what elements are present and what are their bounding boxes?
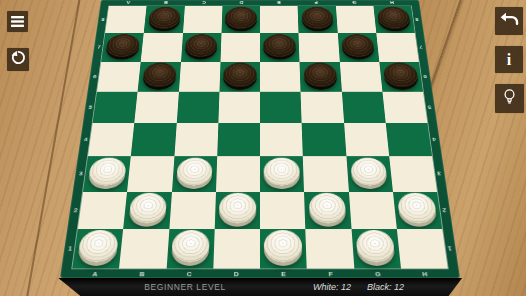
hint-button[interactable] (495, 84, 524, 113)
menu-button[interactable] (7, 11, 28, 32)
lightbulb-icon (501, 88, 518, 109)
file-label-e: E (260, 269, 307, 278)
square-e4 (260, 123, 303, 156)
square-a8 (105, 6, 147, 33)
info-icon: i (507, 52, 511, 68)
file-label-d: D (213, 269, 260, 278)
square-f3 (303, 156, 348, 191)
file-label-b: B (118, 269, 166, 278)
file-label-c: C (185, 0, 223, 6)
square-b1 (119, 229, 169, 269)
file-label-f: F (307, 269, 355, 278)
square-e7[interactable] (260, 33, 300, 61)
file-label-f: F (298, 0, 336, 6)
undo-button[interactable] (495, 7, 523, 35)
file-labels-top: ABCDEFGH (109, 0, 411, 6)
hamburger-icon (11, 13, 24, 31)
white-piece[interactable] (308, 193, 346, 223)
square-e8 (260, 6, 299, 33)
square-a1[interactable] (72, 229, 123, 269)
file-label-e: E (260, 0, 298, 6)
square-d1 (213, 229, 260, 269)
file-label-g: G (335, 0, 373, 6)
square-e5[interactable] (260, 92, 302, 124)
square-c5[interactable] (176, 92, 219, 124)
square-c1[interactable] (166, 229, 214, 269)
square-f7 (299, 33, 340, 61)
square-b6[interactable] (138, 62, 181, 92)
level-label: BEGINNER LEVEL (115, 278, 255, 296)
checkers-app: ABCDEFGH ABCDEFGH 87654321 87654321 BEGI… (0, 0, 526, 296)
white-piece[interactable] (77, 230, 119, 262)
square-h4[interactable] (386, 123, 432, 156)
square-h3 (389, 156, 437, 191)
square-g1[interactable] (351, 229, 401, 269)
square-d6[interactable] (219, 62, 260, 92)
square-d5 (218, 92, 260, 124)
file-label-d: D (222, 0, 260, 6)
square-c4 (174, 123, 218, 156)
black-piece[interactable] (383, 62, 419, 86)
file-label-b: B (147, 0, 185, 6)
rotate-board-button[interactable] (7, 48, 29, 71)
white-piece[interactable] (128, 193, 167, 223)
file-label-a: A (109, 0, 147, 6)
square-h8[interactable] (373, 6, 415, 33)
square-a7[interactable] (101, 33, 144, 61)
square-c6 (179, 62, 221, 92)
square-b3 (127, 156, 174, 191)
square-a6 (97, 62, 141, 92)
square-b5 (134, 92, 178, 124)
white-piece[interactable] (355, 230, 396, 262)
square-h7 (376, 33, 419, 61)
file-label-h: H (373, 0, 411, 6)
white-piece[interactable] (88, 157, 127, 186)
square-d4[interactable] (217, 123, 260, 156)
black-score: Black: 12 (367, 282, 404, 292)
square-h6[interactable] (379, 62, 423, 92)
square-g5[interactable] (341, 92, 385, 124)
black-piece[interactable] (148, 7, 181, 29)
square-c2 (169, 192, 216, 229)
square-f4[interactable] (302, 123, 346, 156)
square-b7 (141, 33, 183, 61)
white-piece[interactable] (171, 230, 211, 262)
square-e2 (260, 192, 306, 229)
white-piece[interactable] (397, 193, 437, 223)
square-g2 (348, 192, 396, 229)
white-score: White: 12 (313, 282, 351, 292)
score-panel: White: 12 Black: 12 (313, 278, 404, 296)
black-piece[interactable] (184, 34, 217, 57)
white-piece[interactable] (219, 193, 256, 223)
file-label-a: A (71, 269, 119, 278)
square-e6 (260, 62, 301, 92)
black-piece[interactable] (142, 62, 177, 86)
square-a2 (78, 192, 127, 229)
board-squares (72, 6, 447, 268)
black-piece[interactable] (303, 62, 337, 86)
square-c3[interactable] (172, 156, 217, 191)
square-a3[interactable] (83, 156, 131, 191)
white-piece[interactable] (350, 157, 388, 186)
square-a5[interactable] (93, 92, 138, 124)
undo-icon (500, 10, 519, 33)
square-a4 (88, 123, 134, 156)
white-piece[interactable] (264, 157, 300, 186)
black-piece[interactable] (105, 34, 140, 57)
square-h2[interactable] (393, 192, 442, 229)
file-label-h: H (401, 269, 449, 278)
black-piece[interactable] (377, 7, 411, 29)
square-g6 (339, 62, 382, 92)
square-f8[interactable] (298, 6, 338, 33)
square-d3 (216, 156, 260, 191)
square-c7[interactable] (181, 33, 222, 61)
info-button[interactable]: i (495, 46, 523, 73)
square-g3[interactable] (346, 156, 393, 191)
square-f5 (301, 92, 344, 124)
square-f1 (306, 229, 354, 269)
square-h1 (397, 229, 448, 269)
square-d7 (220, 33, 260, 61)
file-label-g: G (354, 269, 402, 278)
rotate-icon (10, 49, 27, 70)
square-f6[interactable] (300, 62, 342, 92)
square-b2[interactable] (123, 192, 171, 229)
black-piece[interactable] (263, 34, 295, 57)
status-bar: BEGINNER LEVEL White: 12 Black: 12 (55, 278, 465, 296)
checkers-board: ABCDEFGH ABCDEFGH 87654321 87654321 (60, 0, 460, 278)
square-d8[interactable] (221, 6, 260, 33)
file-labels-bottom: ABCDEFGH (71, 269, 449, 278)
white-piece[interactable] (176, 157, 213, 186)
square-f2[interactable] (304, 192, 351, 229)
square-e3[interactable] (260, 156, 304, 191)
black-piece[interactable] (341, 34, 375, 57)
square-e1[interactable] (260, 229, 307, 269)
square-g8 (336, 6, 377, 33)
black-piece[interactable] (223, 62, 256, 86)
black-piece[interactable] (301, 7, 333, 29)
square-b4[interactable] (131, 123, 176, 156)
square-b8[interactable] (144, 6, 185, 33)
square-c8 (183, 6, 223, 33)
white-piece[interactable] (264, 230, 302, 262)
square-g4 (344, 123, 389, 156)
square-g7[interactable] (337, 33, 379, 61)
square-d2[interactable] (214, 192, 260, 229)
file-label-c: C (166, 269, 214, 278)
black-piece[interactable] (225, 7, 257, 29)
square-h5 (382, 92, 427, 124)
